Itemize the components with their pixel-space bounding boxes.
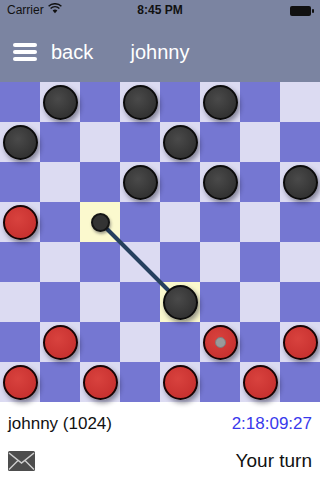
square-r3c2[interactable] <box>80 202 120 242</box>
square-r3c5[interactable] <box>200 202 240 242</box>
square-r1c5[interactable] <box>200 122 240 162</box>
footer: johnny (1024) 2:18:09:27 Your turn <box>0 402 320 472</box>
square-r0c1[interactable] <box>40 82 80 122</box>
square-r1c6[interactable] <box>240 122 280 162</box>
red-piece[interactable] <box>243 365 278 400</box>
king-marker-dot <box>215 337 226 348</box>
opponent-name-rating: johnny (1024) <box>8 414 112 434</box>
square-r7c2[interactable] <box>80 362 120 402</box>
nav-bar: back johnny <box>0 20 320 82</box>
square-r1c2[interactable] <box>80 122 120 162</box>
red-piece[interactable] <box>43 325 78 360</box>
square-r2c3[interactable] <box>120 162 160 202</box>
square-r4c7[interactable] <box>280 242 320 282</box>
red-piece[interactable] <box>163 365 198 400</box>
square-r6c0[interactable] <box>0 322 40 362</box>
square-r1c0[interactable] <box>0 122 40 162</box>
square-r7c5[interactable] <box>200 362 240 402</box>
square-r4c3[interactable] <box>120 242 160 282</box>
battery-icon <box>290 5 314 19</box>
status-bar: Carrier 8:45 PM <box>0 0 320 20</box>
square-r3c1[interactable] <box>40 202 80 242</box>
app-screen: Carrier 8:45 PM back johnny jo <box>0 0 320 480</box>
turn-status: Your turn <box>236 450 312 472</box>
square-r7c6[interactable] <box>240 362 280 402</box>
square-r7c3[interactable] <box>120 362 160 402</box>
square-r0c3[interactable] <box>120 82 160 122</box>
red-piece[interactable] <box>3 365 38 400</box>
square-r0c7[interactable] <box>280 82 320 122</box>
square-r5c0[interactable] <box>0 282 40 322</box>
square-r5c6[interactable] <box>240 282 280 322</box>
black-piece[interactable] <box>283 165 318 200</box>
square-r1c7[interactable] <box>280 122 320 162</box>
square-r6c7[interactable] <box>280 322 320 362</box>
square-r4c2[interactable] <box>80 242 120 282</box>
square-r4c4[interactable] <box>160 242 200 282</box>
red-piece[interactable] <box>83 365 118 400</box>
square-r0c2[interactable] <box>80 82 120 122</box>
black-piece[interactable] <box>123 165 158 200</box>
square-r0c0[interactable] <box>0 82 40 122</box>
square-r3c7[interactable] <box>280 202 320 242</box>
move-origin-dot <box>91 213 110 232</box>
red-piece[interactable] <box>3 205 38 240</box>
square-r7c1[interactable] <box>40 362 80 402</box>
square-r0c6[interactable] <box>240 82 280 122</box>
black-piece[interactable] <box>43 85 78 120</box>
message-envelope-icon[interactable] <box>8 451 35 471</box>
square-r7c0[interactable] <box>0 362 40 402</box>
square-r0c4[interactable] <box>160 82 200 122</box>
square-r2c7[interactable] <box>280 162 320 202</box>
square-r6c4[interactable] <box>160 322 200 362</box>
square-r0c5[interactable] <box>200 82 240 122</box>
square-r5c4[interactable] <box>160 282 200 322</box>
square-r4c6[interactable] <box>240 242 280 282</box>
square-r4c1[interactable] <box>40 242 80 282</box>
square-r2c5[interactable] <box>200 162 240 202</box>
square-r3c3[interactable] <box>120 202 160 242</box>
square-r3c4[interactable] <box>160 202 200 242</box>
square-r6c3[interactable] <box>120 322 160 362</box>
square-r2c6[interactable] <box>240 162 280 202</box>
square-r7c7[interactable] <box>280 362 320 402</box>
black-piece[interactable] <box>203 85 238 120</box>
square-r2c0[interactable] <box>0 162 40 202</box>
black-piece[interactable] <box>3 125 38 160</box>
black-piece[interactable] <box>203 165 238 200</box>
square-r1c1[interactable] <box>40 122 80 162</box>
square-r1c3[interactable] <box>120 122 160 162</box>
black-piece[interactable] <box>123 85 158 120</box>
square-r2c2[interactable] <box>80 162 120 202</box>
square-r6c2[interactable] <box>80 322 120 362</box>
square-r6c6[interactable] <box>240 322 280 362</box>
black-piece[interactable] <box>163 125 198 160</box>
square-r5c1[interactable] <box>40 282 80 322</box>
square-r3c0[interactable] <box>0 202 40 242</box>
square-r5c2[interactable] <box>80 282 120 322</box>
square-r2c4[interactable] <box>160 162 200 202</box>
game-timer: 2:18:09:27 <box>232 414 312 434</box>
board <box>0 82 320 402</box>
page-title: johnny <box>0 41 320 64</box>
square-r5c3[interactable] <box>120 282 160 322</box>
square-r1c4[interactable] <box>160 122 200 162</box>
square-r2c1[interactable] <box>40 162 80 202</box>
square-r4c5[interactable] <box>200 242 240 282</box>
square-r5c5[interactable] <box>200 282 240 322</box>
square-r4c0[interactable] <box>0 242 40 282</box>
square-r7c4[interactable] <box>160 362 200 402</box>
square-r6c1[interactable] <box>40 322 80 362</box>
red-piece[interactable] <box>283 325 318 360</box>
red-king-piece[interactable] <box>203 325 238 360</box>
black-piece[interactable] <box>163 285 198 320</box>
square-r5c7[interactable] <box>280 282 320 322</box>
square-r3c6[interactable] <box>240 202 280 242</box>
clock: 8:45 PM <box>0 3 320 17</box>
square-r6c5[interactable] <box>200 322 240 362</box>
